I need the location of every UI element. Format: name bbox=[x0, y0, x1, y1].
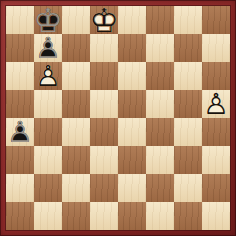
square-c7[interactable] bbox=[62, 34, 90, 62]
white-king[interactable]: ♚♔ bbox=[90, 6, 118, 34]
square-d5[interactable] bbox=[90, 90, 118, 118]
square-b1[interactable] bbox=[34, 202, 62, 230]
square-g7[interactable] bbox=[174, 34, 202, 62]
square-e6[interactable] bbox=[118, 62, 146, 90]
square-f6[interactable] bbox=[146, 62, 174, 90]
square-b3[interactable] bbox=[34, 146, 62, 174]
square-g8[interactable] bbox=[174, 6, 202, 34]
square-a2[interactable] bbox=[6, 174, 34, 202]
white-pawn[interactable]: ♟♙ bbox=[34, 62, 62, 90]
square-a7[interactable] bbox=[6, 34, 34, 62]
square-b4[interactable] bbox=[34, 118, 62, 146]
square-a1[interactable] bbox=[6, 202, 34, 230]
square-b7[interactable]: ♟♙ bbox=[34, 34, 62, 62]
square-e5[interactable] bbox=[118, 90, 146, 118]
square-b5[interactable] bbox=[34, 90, 62, 118]
square-h2[interactable] bbox=[202, 174, 230, 202]
square-h7[interactable] bbox=[202, 34, 230, 62]
piece-outline-glyph: ♙ bbox=[202, 90, 230, 118]
piece-outline-glyph: ♙ bbox=[6, 118, 34, 146]
square-a3[interactable] bbox=[6, 146, 34, 174]
white-pawn[interactable]: ♟♙ bbox=[202, 90, 230, 118]
board-frame: ♚♔♚♔♟♙♟♙♟♙♟♙ bbox=[0, 0, 236, 236]
square-d2[interactable] bbox=[90, 174, 118, 202]
square-f2[interactable] bbox=[146, 174, 174, 202]
square-d7[interactable] bbox=[90, 34, 118, 62]
piece-outline-glyph: ♙ bbox=[34, 62, 62, 90]
square-c1[interactable] bbox=[62, 202, 90, 230]
square-a6[interactable] bbox=[6, 62, 34, 90]
square-d8[interactable]: ♚♔ bbox=[90, 6, 118, 34]
square-a8[interactable] bbox=[6, 6, 34, 34]
black-pawn[interactable]: ♟♙ bbox=[34, 34, 62, 62]
piece-outline-glyph: ♔ bbox=[34, 6, 62, 34]
square-g3[interactable] bbox=[174, 146, 202, 174]
black-king[interactable]: ♚♔ bbox=[34, 6, 62, 34]
square-f7[interactable] bbox=[146, 34, 174, 62]
square-g5[interactable] bbox=[174, 90, 202, 118]
square-h1[interactable] bbox=[202, 202, 230, 230]
square-d4[interactable] bbox=[90, 118, 118, 146]
square-c5[interactable] bbox=[62, 90, 90, 118]
black-pawn[interactable]: ♟♙ bbox=[6, 118, 34, 146]
square-d6[interactable] bbox=[90, 62, 118, 90]
square-g2[interactable] bbox=[174, 174, 202, 202]
square-c8[interactable] bbox=[62, 6, 90, 34]
square-e3[interactable] bbox=[118, 146, 146, 174]
piece-outline-glyph: ♔ bbox=[90, 6, 118, 34]
piece-outline-glyph: ♙ bbox=[34, 34, 62, 62]
square-g1[interactable] bbox=[174, 202, 202, 230]
square-a4[interactable]: ♟♙ bbox=[6, 118, 34, 146]
square-h5[interactable]: ♟♙ bbox=[202, 90, 230, 118]
square-f8[interactable] bbox=[146, 6, 174, 34]
square-h4[interactable] bbox=[202, 118, 230, 146]
square-g4[interactable] bbox=[174, 118, 202, 146]
square-b6[interactable]: ♟♙ bbox=[34, 62, 62, 90]
square-e8[interactable] bbox=[118, 6, 146, 34]
square-f1[interactable] bbox=[146, 202, 174, 230]
chess-board: ♚♔♚♔♟♙♟♙♟♙♟♙ bbox=[6, 6, 230, 230]
square-c6[interactable] bbox=[62, 62, 90, 90]
square-f4[interactable] bbox=[146, 118, 174, 146]
square-h3[interactable] bbox=[202, 146, 230, 174]
square-c2[interactable] bbox=[62, 174, 90, 202]
square-c3[interactable] bbox=[62, 146, 90, 174]
square-c4[interactable] bbox=[62, 118, 90, 146]
square-f3[interactable] bbox=[146, 146, 174, 174]
square-g6[interactable] bbox=[174, 62, 202, 90]
square-e7[interactable] bbox=[118, 34, 146, 62]
square-e2[interactable] bbox=[118, 174, 146, 202]
square-d3[interactable] bbox=[90, 146, 118, 174]
square-e1[interactable] bbox=[118, 202, 146, 230]
square-b2[interactable] bbox=[34, 174, 62, 202]
square-e4[interactable] bbox=[118, 118, 146, 146]
square-h8[interactable] bbox=[202, 6, 230, 34]
square-b8[interactable]: ♚♔ bbox=[34, 6, 62, 34]
square-d1[interactable] bbox=[90, 202, 118, 230]
square-a5[interactable] bbox=[6, 90, 34, 118]
square-f5[interactable] bbox=[146, 90, 174, 118]
square-h6[interactable] bbox=[202, 62, 230, 90]
